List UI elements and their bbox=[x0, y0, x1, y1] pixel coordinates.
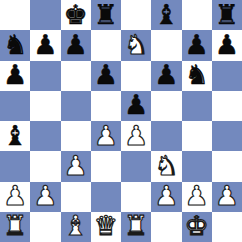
square-g2[interactable]: ♟ bbox=[182, 182, 212, 212]
square-h1[interactable] bbox=[212, 212, 242, 242]
square-a3[interactable] bbox=[0, 151, 30, 181]
square-h3[interactable] bbox=[212, 151, 242, 181]
piece-white-rook[interactable]: ♜ bbox=[3, 212, 27, 239]
piece-white-pawn[interactable]: ♟ bbox=[3, 182, 27, 209]
square-c5[interactable] bbox=[61, 91, 91, 121]
square-b4[interactable] bbox=[30, 121, 60, 151]
square-g4[interactable] bbox=[182, 121, 212, 151]
square-e2[interactable] bbox=[121, 182, 151, 212]
square-a1[interactable]: ♜ bbox=[0, 212, 30, 242]
piece-white-pawn[interactable]: ♟ bbox=[215, 182, 239, 209]
square-d5[interactable] bbox=[91, 91, 121, 121]
piece-white-knight[interactable]: ♞ bbox=[154, 152, 178, 179]
square-b1[interactable] bbox=[30, 212, 60, 242]
piece-black-pawn[interactable]: ♟ bbox=[154, 61, 178, 88]
square-b3[interactable] bbox=[30, 151, 60, 181]
square-f1[interactable] bbox=[151, 212, 181, 242]
square-h5[interactable] bbox=[212, 91, 242, 121]
square-e6[interactable] bbox=[121, 61, 151, 91]
piece-white-rook[interactable]: ♜ bbox=[124, 212, 148, 239]
square-c1[interactable]: ♝ bbox=[61, 212, 91, 242]
square-c7[interactable]: ♟ bbox=[61, 30, 91, 60]
square-d4[interactable]: ♟ bbox=[91, 121, 121, 151]
square-a2[interactable]: ♟ bbox=[0, 182, 30, 212]
piece-white-king[interactable]: ♚ bbox=[185, 212, 209, 239]
square-c2[interactable] bbox=[61, 182, 91, 212]
square-f6[interactable]: ♟ bbox=[151, 61, 181, 91]
square-e4[interactable]: ♟ bbox=[121, 121, 151, 151]
square-e3[interactable] bbox=[121, 151, 151, 181]
square-b6[interactable] bbox=[30, 61, 60, 91]
square-g8[interactable] bbox=[182, 0, 212, 30]
piece-black-rook[interactable]: ♜ bbox=[215, 1, 239, 28]
piece-white-pawn[interactable]: ♟ bbox=[154, 182, 178, 209]
square-d7[interactable] bbox=[91, 30, 121, 60]
piece-black-pawn[interactable]: ♟ bbox=[94, 61, 118, 88]
square-a6[interactable]: ♟ bbox=[0, 61, 30, 91]
square-b7[interactable]: ♟ bbox=[30, 30, 60, 60]
piece-black-rook[interactable]: ♜ bbox=[94, 1, 118, 28]
piece-white-knight[interactable]: ♞ bbox=[124, 31, 148, 58]
piece-black-pawn[interactable]: ♟ bbox=[124, 91, 148, 118]
piece-white-pawn[interactable]: ♟ bbox=[94, 122, 118, 149]
square-f2[interactable]: ♟ bbox=[151, 182, 181, 212]
square-a7[interactable]: ♞ bbox=[0, 30, 30, 60]
chess-board: ♚♜♝♜♞♟♟♞♟♟♟♟♟♞♟♝♟♟♟♞♟♟♟♟♟♜♝♛♜♚ bbox=[0, 0, 242, 242]
square-h2[interactable]: ♟ bbox=[212, 182, 242, 212]
square-c8[interactable]: ♚ bbox=[61, 0, 91, 30]
square-f3[interactable]: ♞ bbox=[151, 151, 181, 181]
square-f8[interactable]: ♝ bbox=[151, 0, 181, 30]
square-e1[interactable]: ♜ bbox=[121, 212, 151, 242]
square-c6[interactable] bbox=[61, 61, 91, 91]
piece-black-pawn[interactable]: ♟ bbox=[185, 31, 209, 58]
square-d1[interactable]: ♛ bbox=[91, 212, 121, 242]
square-g1[interactable]: ♚ bbox=[182, 212, 212, 242]
square-h8[interactable]: ♜ bbox=[212, 0, 242, 30]
square-d3[interactable] bbox=[91, 151, 121, 181]
square-d6[interactable]: ♟ bbox=[91, 61, 121, 91]
square-f4[interactable] bbox=[151, 121, 181, 151]
square-b5[interactable] bbox=[30, 91, 60, 121]
piece-black-knight[interactable]: ♞ bbox=[3, 31, 27, 58]
square-g3[interactable] bbox=[182, 151, 212, 181]
square-b8[interactable] bbox=[30, 0, 60, 30]
piece-black-king[interactable]: ♚ bbox=[64, 1, 88, 28]
piece-white-pawn[interactable]: ♟ bbox=[124, 122, 148, 149]
square-h4[interactable] bbox=[212, 121, 242, 151]
piece-black-knight[interactable]: ♞ bbox=[185, 61, 209, 88]
square-d8[interactable]: ♜ bbox=[91, 0, 121, 30]
square-e8[interactable] bbox=[121, 0, 151, 30]
piece-white-pawn[interactable]: ♟ bbox=[64, 152, 88, 179]
piece-black-pawn[interactable]: ♟ bbox=[33, 31, 57, 58]
square-b2[interactable]: ♟ bbox=[30, 182, 60, 212]
square-e7[interactable]: ♞ bbox=[121, 30, 151, 60]
square-a5[interactable] bbox=[0, 91, 30, 121]
square-f7[interactable] bbox=[151, 30, 181, 60]
square-c4[interactable] bbox=[61, 121, 91, 151]
piece-white-pawn[interactable]: ♟ bbox=[185, 182, 209, 209]
piece-white-pawn[interactable]: ♟ bbox=[33, 182, 57, 209]
square-d2[interactable] bbox=[91, 182, 121, 212]
square-e5[interactable]: ♟ bbox=[121, 91, 151, 121]
piece-black-pawn[interactable]: ♟ bbox=[3, 61, 27, 88]
square-h6[interactable] bbox=[212, 61, 242, 91]
square-f5[interactable] bbox=[151, 91, 181, 121]
piece-black-pawn[interactable]: ♟ bbox=[64, 31, 88, 58]
square-g7[interactable]: ♟ bbox=[182, 30, 212, 60]
piece-black-pawn[interactable]: ♟ bbox=[215, 31, 239, 58]
square-h7[interactable]: ♟ bbox=[212, 30, 242, 60]
piece-black-bishop[interactable]: ♝ bbox=[154, 1, 178, 28]
square-a8[interactable] bbox=[0, 0, 30, 30]
square-g5[interactable] bbox=[182, 91, 212, 121]
piece-black-bishop[interactable]: ♝ bbox=[3, 122, 27, 149]
piece-white-bishop[interactable]: ♝ bbox=[64, 212, 88, 239]
piece-white-queen[interactable]: ♛ bbox=[94, 212, 118, 239]
square-c3[interactable]: ♟ bbox=[61, 151, 91, 181]
square-a4[interactable]: ♝ bbox=[0, 121, 30, 151]
square-g6[interactable]: ♞ bbox=[182, 61, 212, 91]
